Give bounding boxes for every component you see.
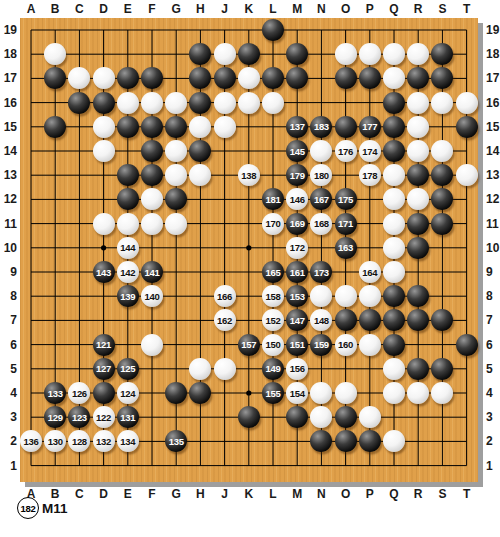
col-label-top-R: R — [408, 2, 428, 16]
col-label-top-T: T — [457, 2, 477, 16]
black-stone-B15 — [44, 116, 66, 138]
black-stone-F14 — [141, 140, 163, 162]
col-label-top-L: L — [263, 2, 283, 16]
white-stone-L16 — [262, 92, 284, 114]
black-stone-O10: 163 — [335, 237, 357, 259]
white-stone-D17 — [93, 67, 115, 89]
white-stone-P13: 178 — [359, 164, 381, 186]
black-stone-E3: 131 — [117, 406, 139, 428]
black-stone-O3 — [335, 406, 357, 428]
col-label-bottom-D: D — [94, 487, 114, 501]
row-label-right-1: 1 — [486, 459, 500, 473]
col-label-top-J: J — [215, 2, 235, 16]
row-label-left-8: 8 — [0, 289, 17, 303]
black-stone-K18 — [238, 43, 260, 65]
black-stone-O11: 171 — [335, 213, 357, 235]
white-stone-P14: 174 — [359, 140, 381, 162]
row-label-right-18: 18 — [486, 47, 500, 61]
white-stone-E4: 124 — [117, 382, 139, 404]
black-stone-L4: 155 — [262, 382, 284, 404]
white-stone-J18 — [214, 43, 236, 65]
white-stone-Q10 — [383, 237, 405, 259]
col-label-bottom-L: L — [263, 487, 283, 501]
black-stone-T6 — [456, 334, 478, 356]
col-label-top-Q: Q — [384, 2, 404, 16]
col-label-bottom-E: E — [118, 487, 138, 501]
col-label-bottom-F: F — [142, 487, 162, 501]
row-label-right-17: 17 — [486, 71, 500, 85]
white-stone-J7: 162 — [214, 309, 236, 331]
black-stone-F15 — [141, 116, 163, 138]
row-label-left-16: 16 — [0, 96, 17, 110]
row-label-left-15: 15 — [0, 120, 17, 134]
white-stone-E9: 142 — [117, 261, 139, 283]
row-label-left-17: 17 — [0, 71, 17, 85]
col-label-top-A: A — [21, 2, 41, 16]
col-label-top-B: B — [45, 2, 65, 16]
black-stone-E5: 125 — [117, 358, 139, 380]
col-label-top-N: N — [311, 2, 331, 16]
white-stone-J8: 166 — [214, 285, 236, 307]
white-stone-J5 — [214, 358, 236, 380]
black-stone-R11 — [407, 213, 429, 235]
col-label-bottom-S: S — [432, 487, 452, 501]
white-stone-L6: 150 — [262, 334, 284, 356]
black-stone-G15 — [165, 116, 187, 138]
row-label-right-2: 2 — [486, 434, 500, 448]
black-stone-L9: 165 — [262, 261, 284, 283]
white-stone-Q11 — [383, 213, 405, 235]
white-stone-F6 — [141, 334, 163, 356]
row-label-left-14: 14 — [0, 144, 17, 158]
white-stone-O4 — [335, 382, 357, 404]
white-stone-D15 — [93, 116, 115, 138]
white-stone-D11 — [93, 213, 115, 235]
row-label-right-19: 19 — [486, 23, 500, 37]
black-stone-R5 — [407, 358, 429, 380]
col-label-top-G: G — [166, 2, 186, 16]
black-stone-L19 — [262, 19, 284, 41]
white-stone-P9: 164 — [359, 261, 381, 283]
row-label-left-10: 10 — [0, 241, 17, 255]
white-stone-G11 — [165, 213, 187, 235]
white-stone-F11 — [141, 213, 163, 235]
col-label-top-D: D — [94, 2, 114, 16]
white-stone-D3: 122 — [93, 406, 115, 428]
row-label-left-3: 3 — [0, 410, 17, 424]
row-label-right-15: 15 — [486, 120, 500, 134]
black-stone-T15 — [456, 116, 478, 138]
white-stone-J15 — [214, 116, 236, 138]
black-stone-D6: 121 — [93, 334, 115, 356]
move-annotation: 182 M11 — [17, 497, 68, 519]
white-stone-D14 — [93, 140, 115, 162]
white-stone-S16 — [431, 92, 453, 114]
white-stone-K16 — [238, 92, 260, 114]
black-stone-D16 — [93, 92, 115, 114]
black-stone-H16 — [189, 92, 211, 114]
white-stone-E10: 144 — [117, 237, 139, 259]
white-stone-N11: 168 — [310, 213, 332, 235]
black-stone-E8: 139 — [117, 285, 139, 307]
row-label-right-11: 11 — [486, 217, 500, 231]
black-stone-M15: 137 — [286, 116, 308, 138]
black-stone-D9: 143 — [93, 261, 115, 283]
white-stone-P3 — [359, 406, 381, 428]
row-label-left-2: 2 — [0, 434, 17, 448]
white-stone-M5: 156 — [286, 358, 308, 380]
white-stone-P8 — [359, 285, 381, 307]
black-stone-O7 — [335, 309, 357, 331]
row-label-left-13: 13 — [0, 168, 17, 182]
black-stone-J17 — [214, 67, 236, 89]
white-stone-J16 — [214, 92, 236, 114]
black-stone-E15 — [117, 116, 139, 138]
row-label-left-9: 9 — [0, 265, 17, 279]
col-label-top-H: H — [190, 2, 210, 16]
black-stone-P15: 177 — [359, 116, 381, 138]
black-stone-Q6 — [383, 334, 405, 356]
white-stone-D2: 132 — [93, 430, 115, 452]
white-stone-O18 — [335, 43, 357, 65]
black-stone-N6: 159 — [310, 334, 332, 356]
col-label-bottom-R: R — [408, 487, 428, 501]
col-label-bottom-Q: Q — [384, 487, 404, 501]
black-stone-O12: 175 — [335, 188, 357, 210]
row-label-right-4: 4 — [486, 386, 500, 400]
col-label-top-K: K — [239, 2, 259, 16]
black-stone-K6: 157 — [238, 334, 260, 356]
black-stone-S11 — [431, 213, 453, 235]
col-label-bottom-P: P — [360, 487, 380, 501]
black-stone-Q14 — [383, 140, 405, 162]
white-stone-R15 — [407, 116, 429, 138]
white-stone-T13 — [456, 164, 478, 186]
black-stone-L5: 149 — [262, 358, 284, 380]
row-label-right-6: 6 — [486, 338, 500, 352]
black-stone-Q15 — [383, 116, 405, 138]
col-label-top-M: M — [287, 2, 307, 16]
row-label-left-6: 6 — [0, 338, 17, 352]
row-label-right-9: 9 — [486, 265, 500, 279]
black-stone-O17 — [335, 67, 357, 89]
row-label-left-7: 7 — [0, 313, 17, 327]
white-stone-E16 — [117, 92, 139, 114]
row-label-right-7: 7 — [486, 313, 500, 327]
col-label-top-E: E — [118, 2, 138, 16]
board-shadow-right — [478, 23, 483, 487]
white-stone-M10: 172 — [286, 237, 308, 259]
row-label-right-16: 16 — [486, 96, 500, 110]
row-label-right-10: 10 — [486, 241, 500, 255]
black-stone-C16 — [68, 92, 90, 114]
white-stone-G16 — [165, 92, 187, 114]
col-label-bottom-T: T — [457, 487, 477, 501]
col-label-top-F: F — [142, 2, 162, 16]
go-diagram: AABBCCDDEEFFGGHHJJKKLLMMNNOOPPQQRRSSTT19… — [0, 0, 500, 537]
col-label-bottom-K: K — [239, 487, 259, 501]
black-stone-O15 — [335, 116, 357, 138]
row-label-right-14: 14 — [486, 144, 500, 158]
white-stone-K13: 138 — [238, 164, 260, 186]
white-stone-T16 — [456, 92, 478, 114]
white-stone-O6: 160 — [335, 334, 357, 356]
row-label-right-8: 8 — [486, 289, 500, 303]
row-label-right-3: 3 — [486, 410, 500, 424]
col-label-bottom-N: N — [311, 487, 331, 501]
white-stone-E11 — [117, 213, 139, 235]
footer-move-stone: 182 — [17, 497, 39, 519]
white-stone-F16 — [141, 92, 163, 114]
row-label-right-13: 13 — [486, 168, 500, 182]
row-label-left-18: 18 — [0, 47, 17, 61]
white-stone-L11: 170 — [262, 213, 284, 235]
white-stone-P18 — [359, 43, 381, 65]
row-label-left-4: 4 — [0, 386, 17, 400]
col-label-top-O: O — [336, 2, 356, 16]
col-label-top-C: C — [69, 2, 89, 16]
col-label-bottom-O: O — [336, 487, 356, 501]
black-stone-D4 — [93, 382, 115, 404]
row-label-left-12: 12 — [0, 192, 17, 206]
col-label-bottom-J: J — [215, 487, 235, 501]
row-label-left-19: 19 — [0, 23, 17, 37]
black-stone-O2 — [335, 430, 357, 452]
black-stone-E13 — [117, 164, 139, 186]
black-stone-D5: 127 — [93, 358, 115, 380]
black-stone-Q16 — [383, 92, 405, 114]
black-stone-K3 — [238, 406, 260, 428]
white-stone-O14: 176 — [335, 140, 357, 162]
col-label-bottom-H: H — [190, 487, 210, 501]
col-label-top-P: P — [360, 2, 380, 16]
white-stone-Q4 — [383, 382, 405, 404]
row-label-left-5: 5 — [0, 362, 17, 376]
black-stone-R10 — [407, 237, 429, 259]
footer-move-location: M11 — [42, 501, 68, 516]
row-label-left-1: 1 — [0, 459, 17, 473]
col-label-bottom-C: C — [69, 487, 89, 501]
black-stone-M6: 151 — [286, 334, 308, 356]
white-stone-P6 — [359, 334, 381, 356]
white-stone-Q5 — [383, 358, 405, 380]
col-label-bottom-M: M — [287, 487, 307, 501]
row-label-right-5: 5 — [486, 362, 500, 376]
white-stone-Q9 — [383, 261, 405, 283]
row-label-right-12: 12 — [486, 192, 500, 206]
black-stone-M11: 169 — [286, 213, 308, 235]
white-stone-O8 — [335, 285, 357, 307]
white-stone-R16 — [407, 92, 429, 114]
col-label-bottom-G: G — [166, 487, 186, 501]
row-label-left-11: 11 — [0, 217, 17, 231]
col-label-top-S: S — [432, 2, 452, 16]
black-stone-F9: 141 — [141, 261, 163, 283]
